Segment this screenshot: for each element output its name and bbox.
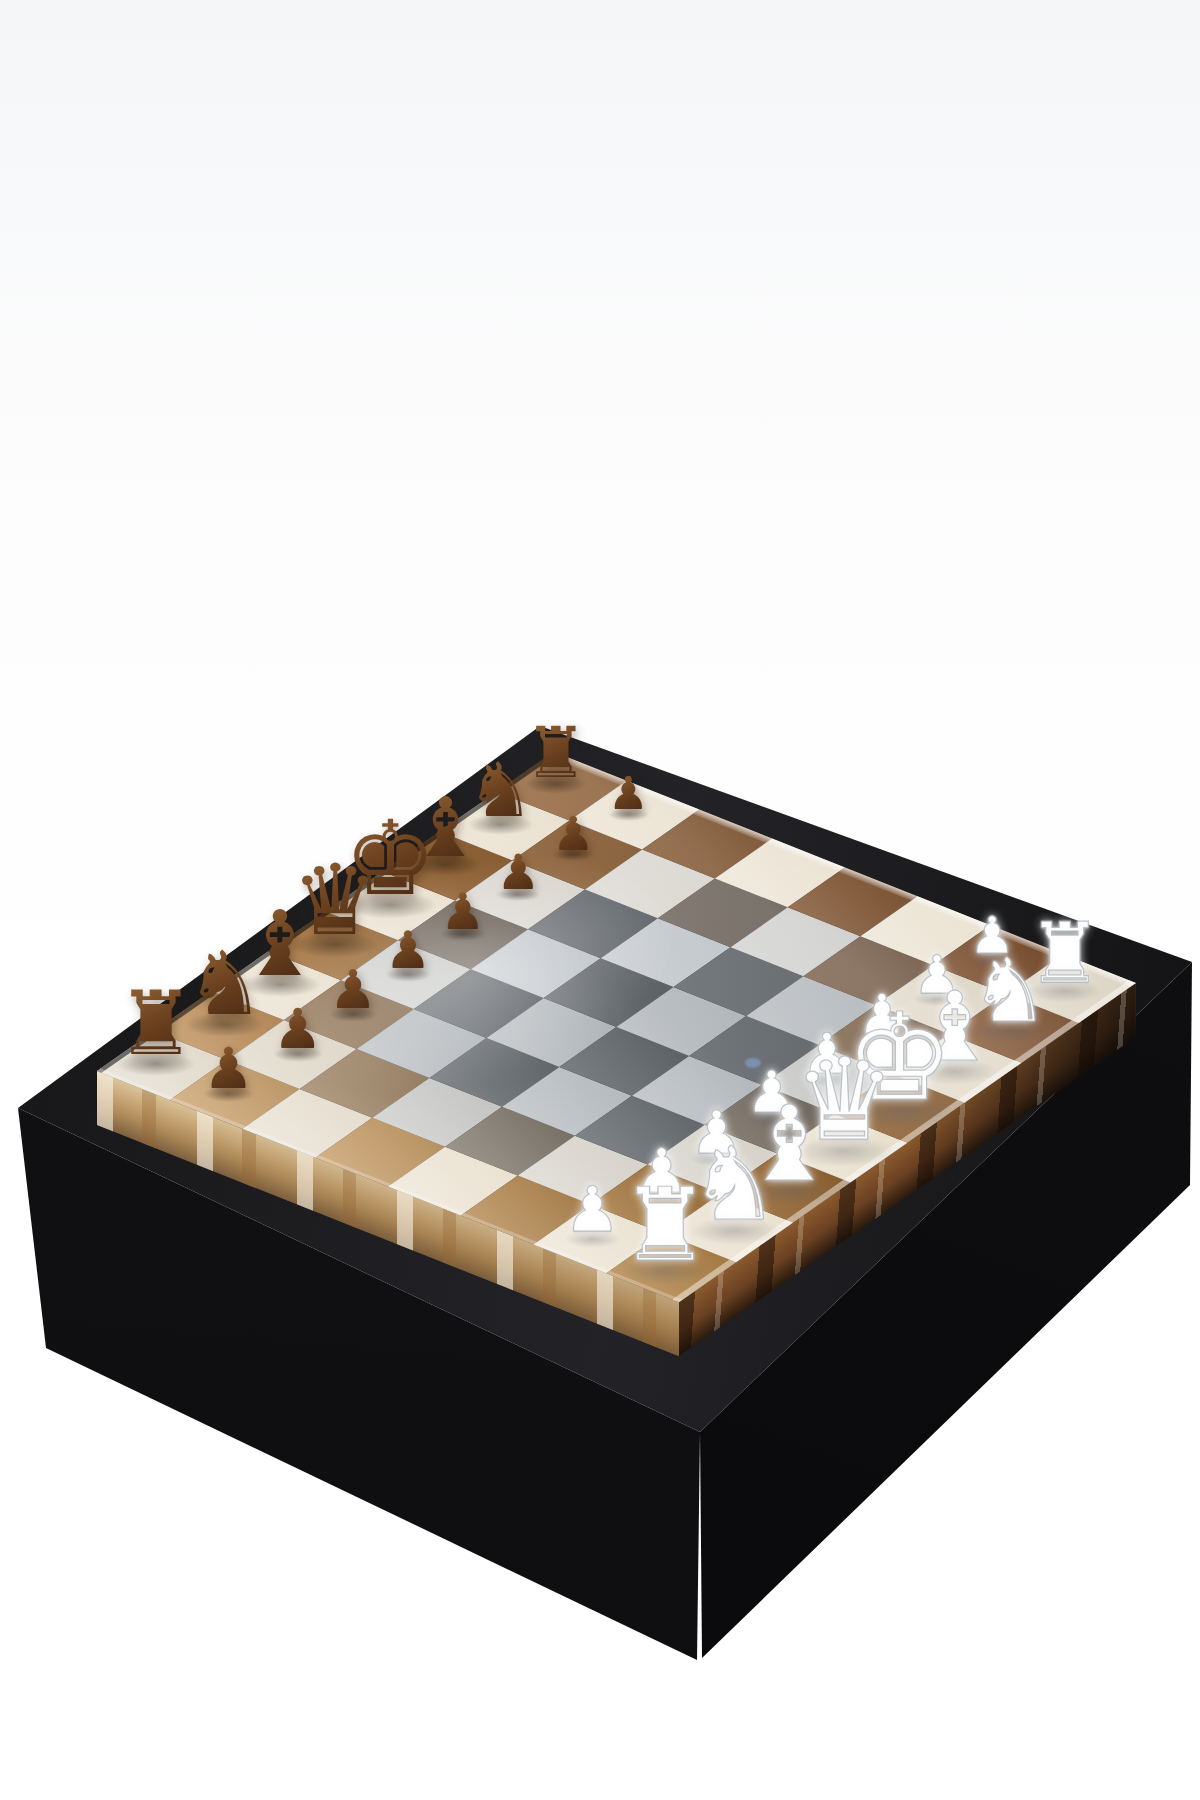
piece-black-pawn-g7[interactable]: ♟ xyxy=(550,810,597,857)
product-photo-stage: ♜♞♝♛♚♝♞♜♟♟♟♟♟♟♟♟♟♟♟♟♟♟♟♟♜♞♝♛♚♝♞♜ xyxy=(0,0,1200,1800)
piece-black-pawn-d7[interactable]: ♟ xyxy=(382,925,434,977)
piece-black-pawn-b7[interactable]: ♟ xyxy=(270,1002,325,1057)
piece-white-rook-a1[interactable]: ♜ xyxy=(615,1175,716,1276)
piece-black-pawn-f7[interactable]: ♟ xyxy=(494,848,543,897)
piece-black-pawn-h7[interactable]: ♟ xyxy=(606,771,651,816)
piece-black-pawn-e7[interactable]: ♟ xyxy=(438,887,488,937)
piece-black-pawn-c7[interactable]: ♟ xyxy=(326,963,379,1016)
piece-black-pawn-a7[interactable]: ♟ xyxy=(200,1040,257,1097)
pieces-layer: ♜♞♝♛♚♝♞♜♟♟♟♟♟♟♟♟♟♟♟♟♟♟♟♟♜♞♝♛♚♝♞♜ xyxy=(0,0,1200,1800)
piece-black-rook-a8[interactable]: ♜ xyxy=(112,980,200,1068)
